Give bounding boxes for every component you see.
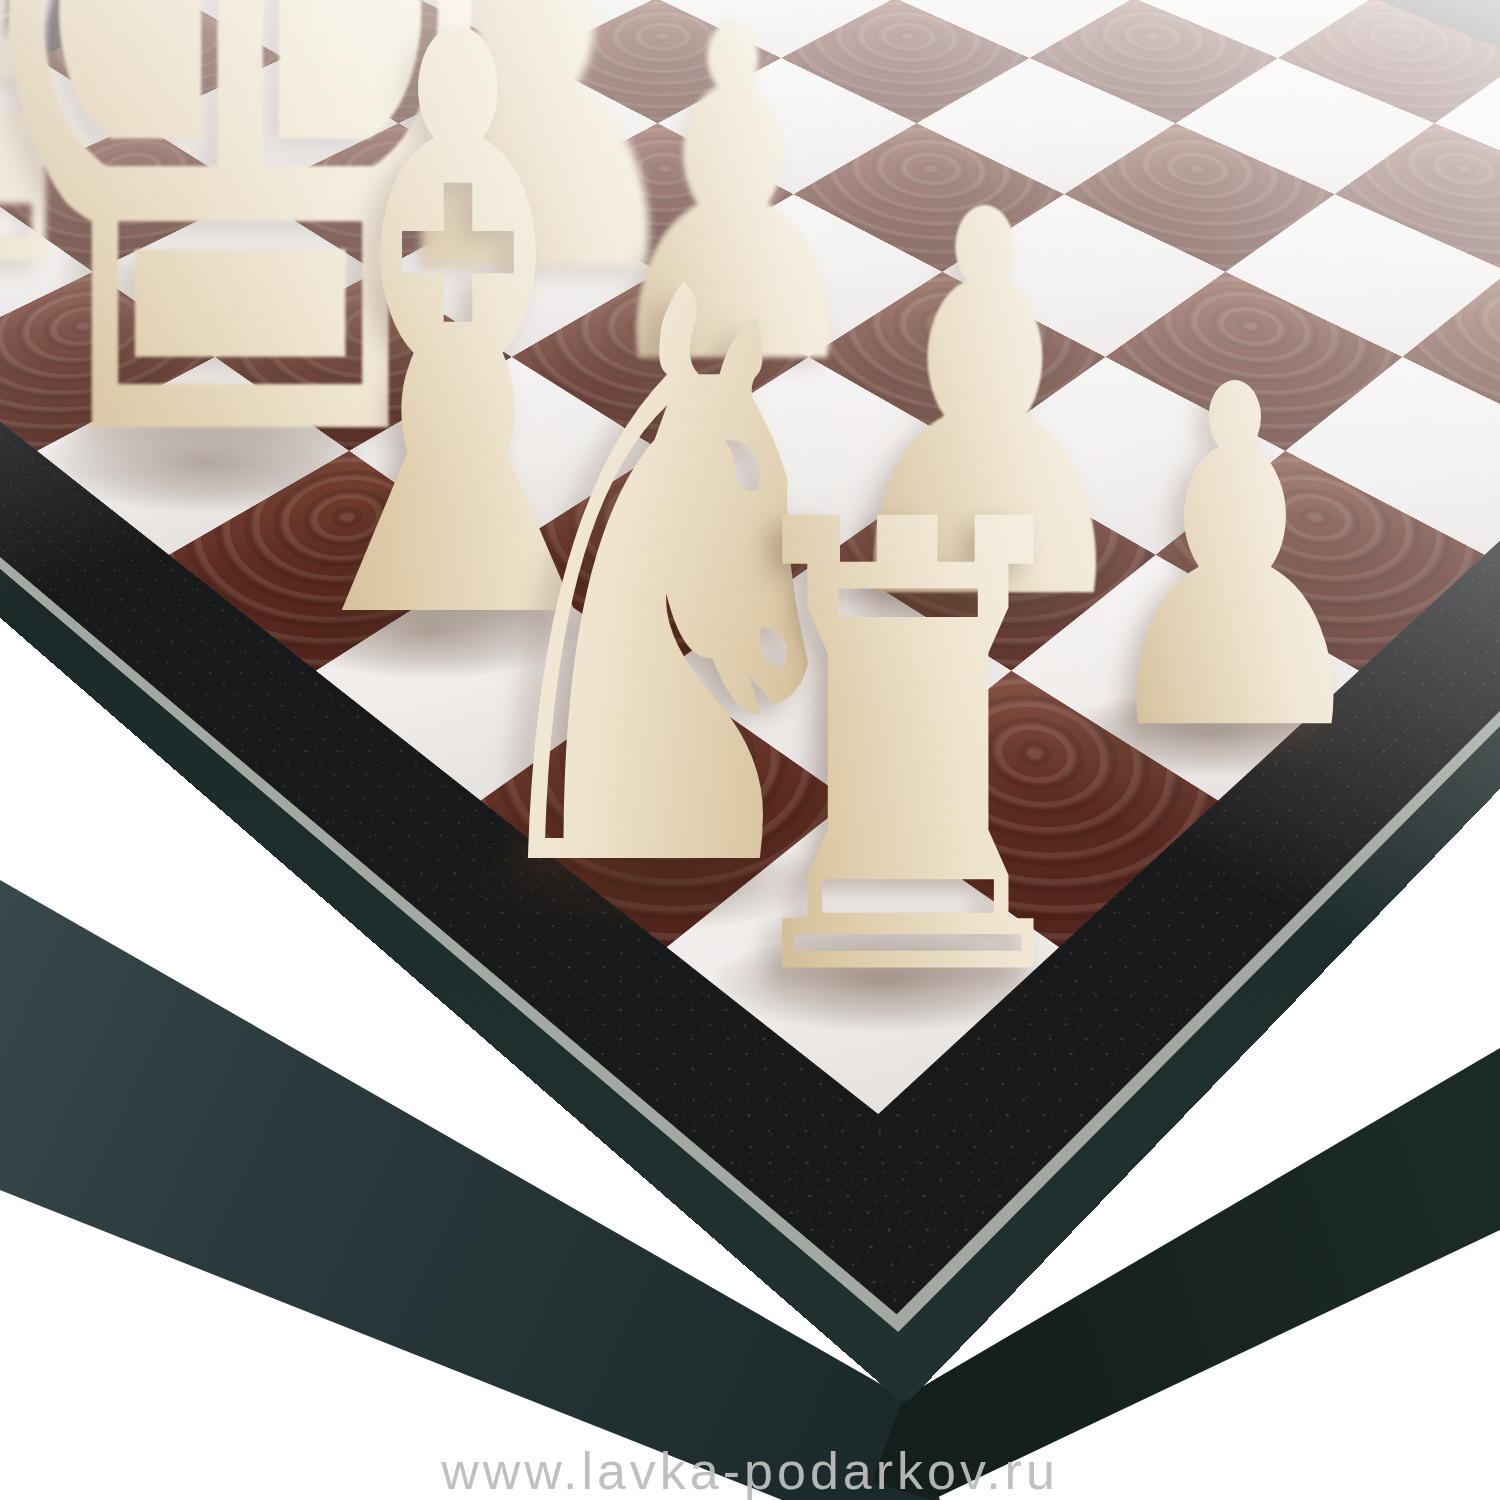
- chess-board: [0, 0, 1500, 1405]
- photo-scene: ♛ ♟ ♟ ♚ ♟ ♝ ♟ ♞ ♜ www.lavka-podarkov.ru: [0, 0, 1500, 1500]
- board-perspective-wrapper: [0, 0, 1500, 1500]
- watermark-url: www.lavka-podarkov.ru: [441, 1441, 1059, 1500]
